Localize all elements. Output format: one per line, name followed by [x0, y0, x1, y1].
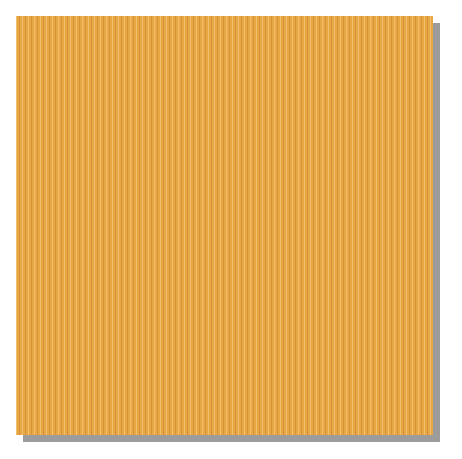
go-diagram: [0, 0, 462, 459]
go-board[interactable]: [16, 16, 433, 435]
column-labels-bottom: [18, 444, 438, 459]
row-labels-left: [0, 21, 15, 438]
column-labels-top: [18, 1, 438, 16]
row-labels-right: [443, 21, 462, 438]
stones-layer: [18, 21, 438, 438]
